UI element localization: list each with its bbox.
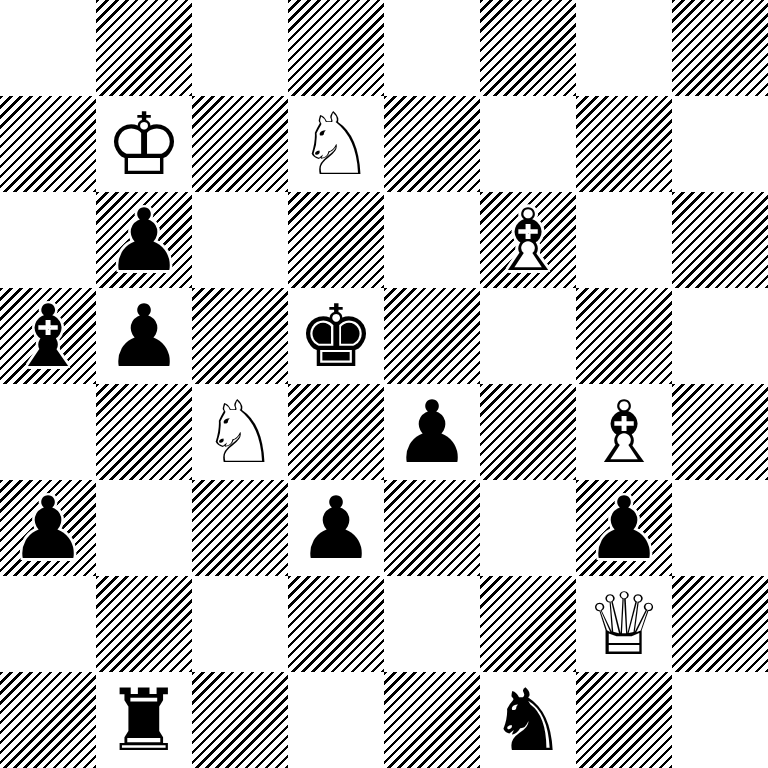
square-g3[interactable]: ♟ — [576, 480, 672, 576]
white-bishop: ♝♗ — [576, 384, 672, 480]
square-d5[interactable]: ♚ — [288, 288, 384, 384]
square-a8[interactable] — [0, 0, 96, 96]
square-a4[interactable] — [0, 384, 96, 480]
square-b2[interactable] — [96, 576, 192, 672]
square-g4[interactable]: ♝♗ — [576, 384, 672, 480]
black-pawn: ♟ — [96, 192, 192, 288]
white-knight: ♞♘ — [192, 384, 288, 480]
white-queen: ♛♕ — [576, 576, 672, 672]
square-a1[interactable] — [0, 672, 96, 768]
square-c8[interactable] — [192, 0, 288, 96]
white-knight-outline: ♘ — [192, 384, 288, 480]
white-queen-outline: ♕ — [576, 576, 672, 672]
square-g2[interactable]: ♛♕ — [576, 576, 672, 672]
square-f2[interactable] — [480, 576, 576, 672]
square-c5[interactable] — [192, 288, 288, 384]
square-e8[interactable] — [384, 0, 480, 96]
square-h1[interactable] — [672, 672, 768, 768]
square-f8[interactable] — [480, 0, 576, 96]
square-h7[interactable] — [672, 96, 768, 192]
square-f3[interactable] — [480, 480, 576, 576]
square-e1[interactable] — [384, 672, 480, 768]
square-d6[interactable] — [288, 192, 384, 288]
black-knight: ♞ — [480, 672, 576, 768]
square-b3[interactable] — [96, 480, 192, 576]
square-e2[interactable] — [384, 576, 480, 672]
square-a6[interactable] — [0, 192, 96, 288]
white-knight-outline: ♘ — [288, 96, 384, 192]
square-d4[interactable] — [288, 384, 384, 480]
square-c3[interactable] — [192, 480, 288, 576]
white-king-outline: ♔ — [96, 96, 192, 192]
square-a7[interactable] — [0, 96, 96, 192]
black-pawn: ♟ — [0, 480, 96, 576]
white-bishop-outline: ♗ — [480, 192, 576, 288]
square-g7[interactable] — [576, 96, 672, 192]
square-d7[interactable]: ♞♘ — [288, 96, 384, 192]
square-f4[interactable] — [480, 384, 576, 480]
square-d8[interactable] — [288, 0, 384, 96]
square-e7[interactable] — [384, 96, 480, 192]
white-knight: ♞♘ — [288, 96, 384, 192]
square-d1[interactable] — [288, 672, 384, 768]
square-f5[interactable] — [480, 288, 576, 384]
square-h5[interactable] — [672, 288, 768, 384]
square-f6[interactable]: ♝♗ — [480, 192, 576, 288]
black-king: ♚ — [288, 288, 384, 384]
black-bishop: ♝ — [0, 288, 96, 384]
square-h2[interactable] — [672, 576, 768, 672]
square-e6[interactable] — [384, 192, 480, 288]
black-pawn: ♟ — [288, 480, 384, 576]
square-c6[interactable] — [192, 192, 288, 288]
black-pawn: ♟ — [384, 384, 480, 480]
square-f1[interactable]: ♞ — [480, 672, 576, 768]
square-b4[interactable] — [96, 384, 192, 480]
square-a3[interactable]: ♟ — [0, 480, 96, 576]
square-b7[interactable]: ♚♔ — [96, 96, 192, 192]
white-bishop: ♝♗ — [480, 192, 576, 288]
white-king: ♚♔ — [96, 96, 192, 192]
square-b8[interactable] — [96, 0, 192, 96]
square-a5[interactable]: ♝ — [0, 288, 96, 384]
white-bishop-outline: ♗ — [576, 384, 672, 480]
square-c2[interactable] — [192, 576, 288, 672]
square-g8[interactable] — [576, 0, 672, 96]
square-e5[interactable] — [384, 288, 480, 384]
square-c4[interactable]: ♞♘ — [192, 384, 288, 480]
square-b1[interactable]: ♜ — [96, 672, 192, 768]
square-h6[interactable] — [672, 192, 768, 288]
square-h8[interactable] — [672, 0, 768, 96]
black-rook: ♜ — [96, 672, 192, 768]
square-g5[interactable] — [576, 288, 672, 384]
square-b6[interactable]: ♟ — [96, 192, 192, 288]
square-e3[interactable] — [384, 480, 480, 576]
square-c1[interactable] — [192, 672, 288, 768]
square-g6[interactable] — [576, 192, 672, 288]
square-a2[interactable] — [0, 576, 96, 672]
square-e4[interactable]: ♟ — [384, 384, 480, 480]
black-pawn: ♟ — [96, 288, 192, 384]
square-d2[interactable] — [288, 576, 384, 672]
square-d3[interactable]: ♟ — [288, 480, 384, 576]
square-h3[interactable] — [672, 480, 768, 576]
chess-board: ♚♔♞♘♟♝♗♝♟♚♞♘♟♝♗♟♟♟♛♕♜♞ — [0, 0, 768, 768]
square-g1[interactable] — [576, 672, 672, 768]
square-c7[interactable] — [192, 96, 288, 192]
square-h4[interactable] — [672, 384, 768, 480]
square-b5[interactable]: ♟ — [96, 288, 192, 384]
square-f7[interactable] — [480, 96, 576, 192]
black-pawn: ♟ — [576, 480, 672, 576]
